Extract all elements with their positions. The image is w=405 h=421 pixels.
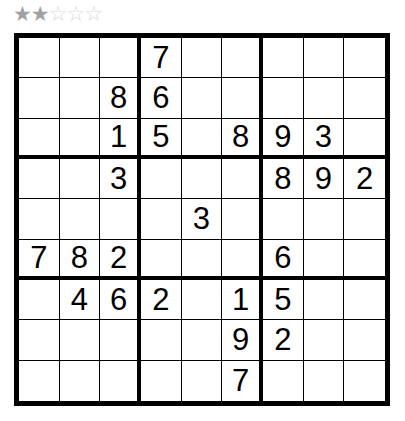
cell-r9c4[interactable] xyxy=(141,361,182,401)
cell-r1c7[interactable] xyxy=(263,38,304,78)
cell-r2c7[interactable] xyxy=(263,78,304,118)
cell-r7c7[interactable]: 5 xyxy=(263,280,304,320)
cell-r7c8[interactable] xyxy=(304,280,345,320)
cell-r8c4[interactable] xyxy=(141,320,182,360)
cell-r8c6[interactable]: 9 xyxy=(222,320,263,360)
cell-r2c6[interactable] xyxy=(222,78,263,118)
cell-r8c7[interactable]: 2 xyxy=(263,320,304,360)
cell-r9c1[interactable] xyxy=(19,361,60,401)
difficulty-rating: ★★☆☆☆ xyxy=(13,3,102,24)
cell-r7c3[interactable]: 6 xyxy=(100,280,141,320)
cell-r2c4[interactable]: 6 xyxy=(141,78,182,118)
cell-r4c9[interactable]: 2 xyxy=(344,159,385,199)
cell-r4c2[interactable] xyxy=(60,159,101,199)
cell-r6c9[interactable] xyxy=(344,240,385,280)
cell-r3c1[interactable] xyxy=(19,119,60,159)
cell-r7c4[interactable]: 2 xyxy=(141,280,182,320)
cell-r6c3[interactable]: 2 xyxy=(100,240,141,280)
cell-r5c1[interactable] xyxy=(19,199,60,239)
sudoku-board: 7861589338923782646215927 xyxy=(14,33,390,406)
cell-r3c7[interactable]: 9 xyxy=(263,119,304,159)
cell-r4c3[interactable]: 3 xyxy=(100,159,141,199)
cell-r1c1[interactable] xyxy=(19,38,60,78)
cell-r9c7[interactable] xyxy=(263,361,304,401)
cell-r2c1[interactable] xyxy=(19,78,60,118)
cell-r1c4[interactable]: 7 xyxy=(141,38,182,78)
cell-r5c4[interactable] xyxy=(141,199,182,239)
cell-r6c6[interactable] xyxy=(222,240,263,280)
cell-r8c1[interactable] xyxy=(19,320,60,360)
cell-r9c5[interactable] xyxy=(182,361,223,401)
cell-r6c4[interactable] xyxy=(141,240,182,280)
cell-r6c8[interactable] xyxy=(304,240,345,280)
star-filled-icon: ★ xyxy=(31,2,49,25)
cell-r7c6[interactable]: 1 xyxy=(222,280,263,320)
cell-r8c3[interactable] xyxy=(100,320,141,360)
cell-r8c8[interactable] xyxy=(304,320,345,360)
cell-r4c5[interactable] xyxy=(182,159,223,199)
cell-r1c6[interactable] xyxy=(222,38,263,78)
cell-r3c9[interactable] xyxy=(344,119,385,159)
cell-r4c1[interactable] xyxy=(19,159,60,199)
cell-r5c3[interactable] xyxy=(100,199,141,239)
cell-r5c6[interactable] xyxy=(222,199,263,239)
cell-r4c4[interactable] xyxy=(141,159,182,199)
cell-r8c2[interactable] xyxy=(60,320,101,360)
cell-r6c1[interactable]: 7 xyxy=(19,240,60,280)
cell-r4c8[interactable]: 9 xyxy=(304,159,345,199)
cell-r7c9[interactable] xyxy=(344,280,385,320)
cell-r7c1[interactable] xyxy=(19,280,60,320)
cell-r2c3[interactable]: 8 xyxy=(100,78,141,118)
cell-r8c5[interactable] xyxy=(182,320,223,360)
star-empty-icon: ☆ xyxy=(84,2,102,25)
cell-r2c9[interactable] xyxy=(344,78,385,118)
cell-r6c2[interactable]: 8 xyxy=(60,240,101,280)
cell-r5c5[interactable]: 3 xyxy=(182,199,223,239)
cell-r3c3[interactable]: 1 xyxy=(100,119,141,159)
cell-r9c3[interactable] xyxy=(100,361,141,401)
cell-r4c6[interactable] xyxy=(222,159,263,199)
cell-r3c4[interactable]: 5 xyxy=(141,119,182,159)
star-empty-icon: ☆ xyxy=(66,2,84,25)
cell-r7c2[interactable]: 4 xyxy=(60,280,101,320)
cell-r9c9[interactable] xyxy=(344,361,385,401)
cell-r5c9[interactable] xyxy=(344,199,385,239)
cell-r9c6[interactable]: 7 xyxy=(222,361,263,401)
cell-r6c5[interactable] xyxy=(182,240,223,280)
cell-r7c5[interactable] xyxy=(182,280,223,320)
cell-r3c6[interactable]: 8 xyxy=(222,119,263,159)
cell-r5c8[interactable] xyxy=(304,199,345,239)
cell-r8c9[interactable] xyxy=(344,320,385,360)
cell-r1c9[interactable] xyxy=(344,38,385,78)
cell-r2c5[interactable] xyxy=(182,78,223,118)
cell-r1c5[interactable] xyxy=(182,38,223,78)
cell-r3c2[interactable] xyxy=(60,119,101,159)
cell-r6c7[interactable]: 6 xyxy=(263,240,304,280)
star-empty-icon: ☆ xyxy=(49,2,67,25)
cell-r3c8[interactable]: 3 xyxy=(304,119,345,159)
sudoku-page: ★★☆☆☆ 7861589338923782646215927 xyxy=(0,0,405,421)
cell-r1c8[interactable] xyxy=(304,38,345,78)
cell-r5c2[interactable] xyxy=(60,199,101,239)
cell-r1c3[interactable] xyxy=(100,38,141,78)
cell-r5c7[interactable] xyxy=(263,199,304,239)
cell-r9c2[interactable] xyxy=(60,361,101,401)
cell-r2c2[interactable] xyxy=(60,78,101,118)
cell-r9c8[interactable] xyxy=(304,361,345,401)
cell-r3c5[interactable] xyxy=(182,119,223,159)
cell-r4c7[interactable]: 8 xyxy=(263,159,304,199)
cell-r1c2[interactable] xyxy=(60,38,101,78)
star-filled-icon: ★ xyxy=(13,2,31,25)
cell-r2c8[interactable] xyxy=(304,78,345,118)
